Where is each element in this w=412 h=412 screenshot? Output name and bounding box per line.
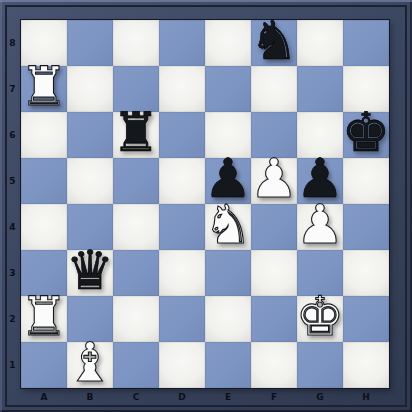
square-d5[interactable] (159, 158, 205, 204)
white-rook-a2[interactable]: ♜ (20, 294, 68, 340)
file-label-d: D (159, 389, 205, 405)
square-e4[interactable]: ♞ (205, 204, 251, 250)
rank-label-8: 8 (5, 20, 20, 66)
black-queen-b3[interactable]: ♛ (66, 248, 114, 294)
square-e2[interactable] (205, 296, 251, 342)
white-king-g2[interactable]: ♚ (296, 294, 344, 340)
white-pawn-g4[interactable]: ♟ (296, 202, 344, 248)
black-rook-c6[interactable]: ♜ (112, 110, 160, 156)
square-d8[interactable] (159, 20, 205, 66)
square-f8[interactable]: ♞ (251, 20, 297, 66)
rank-label-4: 4 (5, 204, 20, 250)
square-f3[interactable] (251, 250, 297, 296)
square-b8[interactable] (67, 20, 113, 66)
rank-label-3: 3 (5, 250, 20, 296)
square-a4[interactable] (21, 204, 67, 250)
square-h8[interactable] (343, 20, 389, 66)
chess-board[interactable]: ♞♜♜♚♟♟♟♞♟♛♜♚♝ (21, 20, 389, 388)
rank-label-2: 2 (5, 296, 20, 342)
file-labels: ABCDEFGH (21, 389, 389, 405)
square-c4[interactable] (113, 204, 159, 250)
square-d7[interactable] (159, 66, 205, 112)
square-e1[interactable] (205, 342, 251, 388)
white-pawn-f5[interactable]: ♟ (250, 156, 298, 202)
square-f4[interactable] (251, 204, 297, 250)
square-d6[interactable] (159, 112, 205, 158)
square-c3[interactable] (113, 250, 159, 296)
square-c6[interactable]: ♜ (113, 112, 159, 158)
square-d4[interactable] (159, 204, 205, 250)
board-frame: ♞♜♜♚♟♟♟♞♟♛♜♚♝ 87654321 ABCDEFGH (0, 0, 412, 412)
square-h4[interactable] (343, 204, 389, 250)
square-f7[interactable] (251, 66, 297, 112)
file-label-h: H (343, 389, 389, 405)
square-a7[interactable]: ♜ (21, 66, 67, 112)
square-a6[interactable] (21, 112, 67, 158)
square-h6[interactable]: ♚ (343, 112, 389, 158)
square-b6[interactable] (67, 112, 113, 158)
square-g2[interactable]: ♚ (297, 296, 343, 342)
white-rook-a7[interactable]: ♜ (20, 64, 68, 110)
square-c2[interactable] (113, 296, 159, 342)
square-b3[interactable]: ♛ (67, 250, 113, 296)
square-g8[interactable] (297, 20, 343, 66)
square-f1[interactable] (251, 342, 297, 388)
square-c1[interactable] (113, 342, 159, 388)
square-c5[interactable] (113, 158, 159, 204)
square-b7[interactable] (67, 66, 113, 112)
square-d1[interactable] (159, 342, 205, 388)
file-label-a: A (21, 389, 67, 405)
square-d3[interactable] (159, 250, 205, 296)
square-b5[interactable] (67, 158, 113, 204)
square-h5[interactable] (343, 158, 389, 204)
file-label-c: C (113, 389, 159, 405)
square-g1[interactable] (297, 342, 343, 388)
square-c8[interactable] (113, 20, 159, 66)
square-g7[interactable] (297, 66, 343, 112)
rank-label-6: 6 (5, 112, 20, 158)
square-e8[interactable] (205, 20, 251, 66)
rank-label-1: 1 (5, 342, 20, 388)
square-a2[interactable]: ♜ (21, 296, 67, 342)
square-d2[interactable] (159, 296, 205, 342)
file-label-e: E (205, 389, 251, 405)
square-g4[interactable]: ♟ (297, 204, 343, 250)
square-b1[interactable]: ♝ (67, 342, 113, 388)
white-knight-e4[interactable]: ♞ (204, 202, 252, 248)
file-label-b: B (67, 389, 113, 405)
square-f5[interactable]: ♟ (251, 158, 297, 204)
file-label-g: G (297, 389, 343, 405)
square-h3[interactable] (343, 250, 389, 296)
black-king-h6[interactable]: ♚ (342, 110, 390, 156)
square-f2[interactable] (251, 296, 297, 342)
square-e7[interactable] (205, 66, 251, 112)
square-h1[interactable] (343, 342, 389, 388)
rank-labels: 87654321 (5, 20, 20, 388)
square-e3[interactable] (205, 250, 251, 296)
rank-label-7: 7 (5, 66, 20, 112)
rank-label-5: 5 (5, 158, 20, 204)
square-h2[interactable] (343, 296, 389, 342)
square-a5[interactable] (21, 158, 67, 204)
black-knight-f8[interactable]: ♞ (250, 18, 298, 64)
white-bishop-b1[interactable]: ♝ (66, 340, 114, 386)
file-label-f: F (251, 389, 297, 405)
square-a1[interactable] (21, 342, 67, 388)
